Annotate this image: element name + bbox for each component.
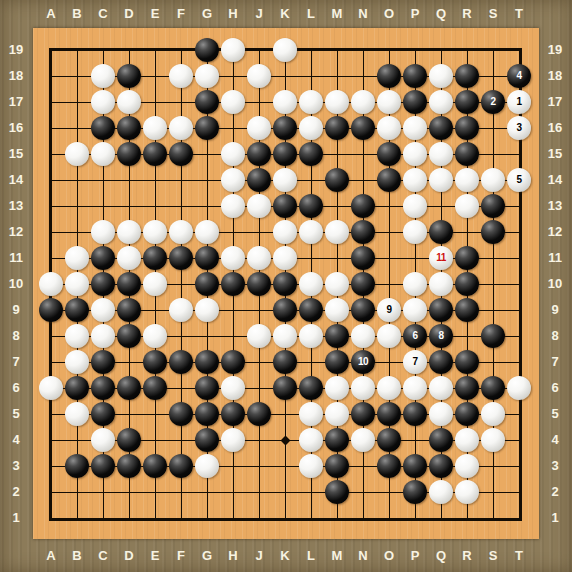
move-number-label: 7	[412, 357, 417, 367]
stone-black[interactable]	[247, 402, 271, 426]
stone-black[interactable]	[91, 272, 115, 296]
coord-letter: C	[90, 544, 116, 568]
stone-white[interactable]: 3	[507, 116, 531, 140]
stone-black[interactable]	[221, 272, 245, 296]
coord-letter: P	[402, 2, 428, 26]
stone-black[interactable]	[377, 168, 401, 192]
stone-black[interactable]	[143, 350, 167, 374]
stone-black[interactable]	[403, 90, 427, 114]
stone-black[interactable]	[455, 376, 479, 400]
stone-white[interactable]	[65, 272, 89, 296]
stone-white[interactable]	[195, 220, 219, 244]
stone-white[interactable]	[325, 272, 349, 296]
stone-white[interactable]	[403, 194, 427, 218]
coord-letter: D	[116, 544, 142, 568]
coord-letter: A	[38, 2, 64, 26]
coord-letter: G	[194, 544, 220, 568]
stone-black[interactable]	[403, 64, 427, 88]
coord-letter: L	[298, 2, 324, 26]
stone-black[interactable]	[377, 402, 401, 426]
stone-white[interactable]	[247, 194, 271, 218]
coord-letter: G	[194, 2, 220, 26]
coord-letter: Q	[428, 2, 454, 26]
stone-black[interactable]	[221, 350, 245, 374]
stone-black[interactable]	[325, 454, 349, 478]
stone-white[interactable]	[247, 116, 271, 140]
coord-number: 1	[541, 505, 569, 531]
stone-white[interactable]: 11	[429, 246, 453, 270]
coord-number: 14	[2, 167, 30, 193]
coord-letter: K	[272, 544, 298, 568]
stone-black[interactable]: 4	[507, 64, 531, 88]
stone-white[interactable]: 7	[403, 350, 427, 374]
coord-number: 15	[2, 141, 30, 167]
stone-white[interactable]	[221, 246, 245, 270]
stone-black[interactable]	[429, 454, 453, 478]
coord-number: 16	[2, 115, 30, 141]
stone-white[interactable]	[221, 142, 245, 166]
stone-white[interactable]	[221, 38, 245, 62]
move-number-label: 3	[516, 123, 521, 133]
stone-white[interactable]	[221, 90, 245, 114]
stone-black[interactable]	[273, 194, 297, 218]
stone-black[interactable]	[481, 376, 505, 400]
coord-number: 8	[2, 323, 30, 349]
move-number-label: 9	[386, 305, 391, 315]
move-number-label: 10	[358, 357, 368, 367]
stone-black[interactable]	[325, 428, 349, 452]
stone-black[interactable]	[325, 116, 349, 140]
stone-white[interactable]	[221, 194, 245, 218]
stone-white[interactable]	[91, 142, 115, 166]
coord-letter: B	[64, 2, 90, 26]
coord-number: 1	[2, 505, 30, 531]
stone-white[interactable]	[143, 220, 167, 244]
stone-white[interactable]	[403, 168, 427, 192]
stone-white[interactable]	[299, 454, 323, 478]
stone-black[interactable]	[65, 376, 89, 400]
coord-number: 9	[2, 297, 30, 323]
stone-white[interactable]	[429, 90, 453, 114]
coord-letter: P	[402, 544, 428, 568]
stone-black[interactable]	[273, 376, 297, 400]
stone-black[interactable]	[39, 298, 63, 322]
coord-number: 17	[541, 89, 569, 115]
coord-letter: N	[350, 2, 376, 26]
stone-white[interactable]	[403, 298, 427, 322]
coord-letter: Q	[428, 544, 454, 568]
stone-black[interactable]	[195, 428, 219, 452]
stone-black[interactable]	[117, 376, 141, 400]
stone-black[interactable]	[429, 298, 453, 322]
stone-black[interactable]	[169, 142, 193, 166]
stone-white[interactable]	[273, 246, 297, 270]
coord-number: 7	[541, 349, 569, 375]
coord-number: 6	[2, 375, 30, 401]
coord-number: 14	[541, 167, 569, 193]
stone-black[interactable]	[143, 454, 167, 478]
stone-black[interactable]	[195, 90, 219, 114]
coord-number: 13	[541, 193, 569, 219]
stone-white[interactable]	[169, 64, 193, 88]
coord-letter: R	[454, 544, 480, 568]
stone-black[interactable]	[169, 402, 193, 426]
stone-white[interactable]	[299, 116, 323, 140]
stone-white[interactable]	[403, 220, 427, 244]
stone-black[interactable]	[299, 142, 323, 166]
stone-white[interactable]	[351, 324, 375, 348]
coord-letter: H	[220, 544, 246, 568]
stone-black[interactable]	[455, 246, 479, 270]
coord-number: 16	[541, 115, 569, 141]
stone-white[interactable]	[455, 454, 479, 478]
coord-number: 19	[541, 37, 569, 63]
stone-white[interactable]	[65, 402, 89, 426]
stone-black[interactable]	[299, 376, 323, 400]
stone-white[interactable]	[325, 402, 349, 426]
coord-number: 3	[2, 453, 30, 479]
stone-black[interactable]	[429, 116, 453, 140]
stone-white[interactable]	[91, 428, 115, 452]
coord-number: 11	[541, 245, 569, 271]
stone-black[interactable]	[429, 220, 453, 244]
stone-black[interactable]	[117, 142, 141, 166]
stone-black[interactable]	[351, 298, 375, 322]
move-number-label: 6	[412, 331, 417, 341]
stone-white[interactable]: 1	[507, 90, 531, 114]
stone-black[interactable]	[195, 402, 219, 426]
stone-black[interactable]	[351, 402, 375, 426]
stone-white[interactable]	[117, 246, 141, 270]
stone-white[interactable]	[273, 38, 297, 62]
stone-white[interactable]	[299, 402, 323, 426]
stone-black[interactable]	[351, 194, 375, 218]
stone-white[interactable]	[247, 246, 271, 270]
stone-white[interactable]	[481, 168, 505, 192]
coord-letter: S	[480, 2, 506, 26]
coord-number: 5	[541, 401, 569, 427]
stone-black[interactable]	[195, 376, 219, 400]
stone-white[interactable]	[143, 116, 167, 140]
stone-white[interactable]	[299, 272, 323, 296]
stone-white[interactable]	[117, 90, 141, 114]
stone-black[interactable]	[273, 298, 297, 322]
stone-white[interactable]	[325, 376, 349, 400]
coord-number: 13	[2, 193, 30, 219]
stone-white[interactable]	[221, 428, 245, 452]
coord-letter: E	[142, 544, 168, 568]
stone-black[interactable]	[247, 272, 271, 296]
stone-black[interactable]	[377, 142, 401, 166]
stone-black[interactable]	[429, 350, 453, 374]
stone-white[interactable]	[403, 116, 427, 140]
move-number-label: 11	[436, 253, 446, 263]
stone-white[interactable]	[39, 376, 63, 400]
stone-white[interactable]	[65, 324, 89, 348]
stone-white[interactable]	[403, 376, 427, 400]
stone-black[interactable]	[481, 194, 505, 218]
stone-white[interactable]	[117, 220, 141, 244]
stone-white[interactable]	[351, 376, 375, 400]
coord-letter: T	[506, 544, 532, 568]
stone-white[interactable]	[429, 142, 453, 166]
stone-black[interactable]	[273, 272, 297, 296]
coord-letter: N	[350, 544, 376, 568]
coord-letter: J	[246, 544, 272, 568]
coord-number: 9	[541, 297, 569, 323]
stone-black[interactable]	[481, 324, 505, 348]
coord-number: 4	[541, 427, 569, 453]
stone-black[interactable]	[169, 350, 193, 374]
stone-white[interactable]	[169, 298, 193, 322]
coord-letter: M	[324, 544, 350, 568]
move-number-label: 4	[516, 71, 521, 81]
coordinates-left: 19181716151413121110987654321	[2, 37, 30, 531]
stone-black[interactable]	[481, 220, 505, 244]
stone-black[interactable]	[455, 350, 479, 374]
stone-black[interactable]	[117, 454, 141, 478]
stone-black[interactable]	[377, 454, 401, 478]
stone-black[interactable]	[221, 402, 245, 426]
stone-black[interactable]	[273, 142, 297, 166]
stone-black[interactable]	[117, 116, 141, 140]
coord-number: 8	[541, 323, 569, 349]
stone-black[interactable]	[195, 272, 219, 296]
stone-black[interactable]	[351, 272, 375, 296]
stone-black[interactable]	[325, 168, 349, 192]
stone-black[interactable]	[195, 350, 219, 374]
stone-black[interactable]	[65, 454, 89, 478]
coord-number: 11	[2, 245, 30, 271]
stone-black[interactable]	[91, 376, 115, 400]
coordinates-top: ABCDEFGHJKLMNOPQRST	[38, 2, 532, 26]
coord-letter: M	[324, 2, 350, 26]
stone-white[interactable]	[325, 298, 349, 322]
coord-letter: A	[38, 544, 64, 568]
stone-white[interactable]	[351, 428, 375, 452]
coordinates-bottom: ABCDEFGHJKLMNOPQRST	[38, 544, 532, 568]
coord-letter: J	[246, 2, 272, 26]
stone-black[interactable]	[299, 194, 323, 218]
coord-number: 19	[2, 37, 30, 63]
stone-black[interactable]	[117, 64, 141, 88]
stone-white[interactable]	[299, 428, 323, 452]
stone-black[interactable]: 2	[481, 90, 505, 114]
stone-white[interactable]	[455, 428, 479, 452]
stone-black[interactable]	[455, 298, 479, 322]
stone-white[interactable]	[91, 220, 115, 244]
stone-white[interactable]	[455, 480, 479, 504]
stone-white[interactable]	[221, 376, 245, 400]
stone-white[interactable]	[351, 90, 375, 114]
stone-black[interactable]	[143, 246, 167, 270]
move-number-label: 2	[490, 97, 495, 107]
coord-number: 10	[541, 271, 569, 297]
stone-white[interactable]	[325, 90, 349, 114]
coord-letter: O	[376, 544, 402, 568]
stone-white[interactable]	[377, 90, 401, 114]
coord-letter: T	[506, 2, 532, 26]
board-frame: ABCDEFGHJKLMNOPQRST ABCDEFGHJKLMNOPQRST …	[0, 0, 572, 572]
stone-white[interactable]	[481, 402, 505, 426]
coord-letter: O	[376, 2, 402, 26]
coord-letter: L	[298, 544, 324, 568]
stone-black[interactable]	[403, 402, 427, 426]
stone-black[interactable]	[273, 350, 297, 374]
coord-number: 12	[2, 219, 30, 245]
stone-white[interactable]	[143, 324, 167, 348]
stone-white[interactable]	[403, 142, 427, 166]
coord-number: 18	[541, 63, 569, 89]
stone-black[interactable]	[91, 402, 115, 426]
stone-white[interactable]	[455, 168, 479, 192]
coord-letter: F	[168, 2, 194, 26]
stone-white[interactable]	[65, 246, 89, 270]
stone-white[interactable]	[299, 324, 323, 348]
stone-white[interactable]	[39, 272, 63, 296]
coord-letter: D	[116, 2, 142, 26]
stone-white[interactable]	[65, 350, 89, 374]
stone-white[interactable]	[195, 64, 219, 88]
stone-white[interactable]	[91, 324, 115, 348]
stone-black[interactable]	[143, 376, 167, 400]
coord-number: 12	[541, 219, 569, 245]
stone-white[interactable]	[195, 454, 219, 478]
coordinates-right: 19181716151413121110987654321	[541, 37, 569, 531]
stone-white[interactable]	[247, 64, 271, 88]
stone-black[interactable]	[455, 90, 479, 114]
coord-letter: F	[168, 544, 194, 568]
coord-letter: E	[142, 2, 168, 26]
stone-black[interactable]	[117, 298, 141, 322]
stone-white[interactable]	[325, 220, 349, 244]
stone-black[interactable]	[403, 480, 427, 504]
stone-white[interactable]: 5	[507, 168, 531, 192]
stone-white[interactable]	[507, 376, 531, 400]
coord-letter: B	[64, 544, 90, 568]
stone-black[interactable]	[117, 324, 141, 348]
stone-black[interactable]	[117, 428, 141, 452]
stone-white[interactable]	[429, 168, 453, 192]
coord-number: 3	[541, 453, 569, 479]
stone-black[interactable]: 10	[351, 350, 375, 374]
stone-black[interactable]	[91, 246, 115, 270]
stone-white[interactable]	[65, 142, 89, 166]
stone-white[interactable]	[143, 272, 167, 296]
stone-white[interactable]	[247, 324, 271, 348]
stone-white[interactable]	[91, 298, 115, 322]
stone-white[interactable]	[273, 168, 297, 192]
stone-white[interactable]	[221, 168, 245, 192]
coord-number: 17	[2, 89, 30, 115]
stone-black[interactable]	[91, 350, 115, 374]
stone-white[interactable]: 9	[377, 298, 401, 322]
coord-number: 18	[2, 63, 30, 89]
stone-white[interactable]	[169, 116, 193, 140]
stone-black[interactable]	[351, 246, 375, 270]
stone-black[interactable]	[273, 116, 297, 140]
stone-black[interactable]	[247, 168, 271, 192]
stone-black[interactable]	[299, 298, 323, 322]
stone-white[interactable]	[481, 428, 505, 452]
stone-black[interactable]	[143, 142, 167, 166]
coord-number: 2	[541, 479, 569, 505]
stone-black[interactable]	[377, 64, 401, 88]
stone-black[interactable]	[403, 454, 427, 478]
stone-black[interactable]	[455, 142, 479, 166]
stone-black[interactable]: 8	[429, 324, 453, 348]
stone-black[interactable]	[455, 272, 479, 296]
stone-black[interactable]	[91, 454, 115, 478]
stone-white[interactable]	[169, 220, 193, 244]
stone-black[interactable]	[65, 298, 89, 322]
stone-white[interactable]	[273, 220, 297, 244]
stone-black[interactable]	[351, 220, 375, 244]
stone-black[interactable]	[325, 480, 349, 504]
stone-black[interactable]	[91, 116, 115, 140]
stone-white[interactable]	[429, 64, 453, 88]
stone-black[interactable]	[247, 142, 271, 166]
stone-black[interactable]	[455, 116, 479, 140]
stone-black[interactable]	[455, 402, 479, 426]
go-board[interactable]: 4213511968107	[33, 28, 539, 539]
coord-letter: H	[220, 2, 246, 26]
stone-white[interactable]	[429, 272, 453, 296]
stone-black[interactable]	[455, 64, 479, 88]
stone-white[interactable]	[429, 402, 453, 426]
stone-white[interactable]	[299, 220, 323, 244]
stone-black[interactable]	[325, 350, 349, 374]
stone-black[interactable]	[195, 246, 219, 270]
stone-white[interactable]	[91, 64, 115, 88]
stone-white[interactable]	[273, 90, 297, 114]
stone-white[interactable]	[377, 376, 401, 400]
stone-white[interactable]	[455, 194, 479, 218]
coord-number: 7	[2, 349, 30, 375]
coord-letter: K	[272, 2, 298, 26]
stone-white[interactable]	[91, 90, 115, 114]
stone-white[interactable]	[299, 90, 323, 114]
coord-letter: S	[480, 544, 506, 568]
stone-black[interactable]	[195, 116, 219, 140]
stone-black[interactable]	[325, 324, 349, 348]
stone-black[interactable]	[429, 428, 453, 452]
stone-black[interactable]	[377, 428, 401, 452]
move-number-label: 5	[516, 175, 521, 185]
stone-white[interactable]	[429, 480, 453, 504]
coord-letter: C	[90, 2, 116, 26]
coord-number: 6	[541, 375, 569, 401]
stone-black[interactable]	[169, 246, 193, 270]
stone-white[interactable]	[377, 324, 401, 348]
stone-white[interactable]	[195, 298, 219, 322]
stone-white[interactable]	[429, 376, 453, 400]
stone-white[interactable]	[377, 116, 401, 140]
coord-number: 10	[2, 271, 30, 297]
move-number-label: 1	[516, 97, 521, 107]
stone-black[interactable]	[351, 116, 375, 140]
move-number-label: 8	[438, 331, 443, 341]
coord-letter: R	[454, 2, 480, 26]
stone-black[interactable]	[169, 454, 193, 478]
stone-black[interactable]	[117, 272, 141, 296]
coord-number: 2	[2, 479, 30, 505]
stone-black[interactable]: 6	[403, 324, 427, 348]
stone-white[interactable]	[273, 324, 297, 348]
stone-white[interactable]	[403, 272, 427, 296]
stone-black[interactable]	[195, 38, 219, 62]
coord-number: 5	[2, 401, 30, 427]
